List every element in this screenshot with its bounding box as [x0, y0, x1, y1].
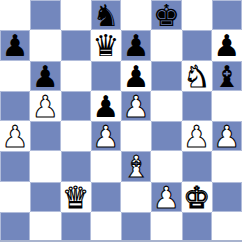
white-pawn-b5[interactable]: ♟ [32, 91, 59, 121]
square-f7[interactable] [151, 30, 181, 60]
black-pawn-b6[interactable]: ♟ [32, 61, 59, 91]
square-d2[interactable] [91, 182, 121, 212]
square-h6[interactable]: ♝ [212, 61, 242, 91]
square-c6[interactable] [61, 61, 91, 91]
square-d8[interactable]: ♞ [91, 0, 121, 30]
black-knight-d8[interactable]: ♞ [92, 1, 119, 31]
square-f4[interactable] [151, 121, 181, 151]
square-a5[interactable] [0, 91, 30, 121]
square-c5[interactable] [61, 91, 91, 121]
white-pawn-a4[interactable]: ♟ [2, 122, 29, 152]
black-pawn-d5[interactable]: ♟ [92, 91, 119, 121]
square-f5[interactable] [151, 91, 181, 121]
square-e7[interactable]: ♟ [121, 30, 151, 60]
square-f2[interactable]: ♟ [151, 182, 181, 212]
white-pawn-g4[interactable]: ♟ [183, 122, 210, 152]
square-d1[interactable] [91, 212, 121, 242]
white-queen-c2[interactable]: ♛ [62, 182, 89, 212]
square-a1[interactable] [0, 212, 30, 242]
square-b1[interactable] [30, 212, 60, 242]
square-d3[interactable] [91, 151, 121, 181]
black-king-f8[interactable]: ♚ [153, 1, 180, 31]
square-g6[interactable]: ♞ [182, 61, 212, 91]
black-pawn-e7[interactable]: ♟ [123, 31, 150, 61]
square-g8[interactable] [182, 0, 212, 30]
square-e8[interactable] [121, 0, 151, 30]
square-a4[interactable]: ♟ [0, 121, 30, 151]
square-d6[interactable] [91, 61, 121, 91]
black-pawn-a7[interactable]: ♟ [2, 31, 29, 61]
white-king-g2[interactable]: ♚ [183, 182, 210, 212]
square-b3[interactable] [30, 151, 60, 181]
square-b7[interactable] [30, 30, 60, 60]
white-pawn-h4[interactable]: ♟ [213, 122, 240, 152]
black-pawn-e6[interactable]: ♟ [123, 61, 150, 91]
square-g5[interactable] [182, 91, 212, 121]
square-b4[interactable] [30, 121, 60, 151]
square-g3[interactable] [182, 151, 212, 181]
square-e5[interactable]: ♟ [121, 91, 151, 121]
square-f8[interactable]: ♚ [151, 0, 181, 30]
square-h5[interactable] [212, 91, 242, 121]
white-pawn-d4[interactable]: ♟ [92, 122, 119, 152]
square-f1[interactable] [151, 212, 181, 242]
square-h1[interactable] [212, 212, 242, 242]
black-queen-d7[interactable]: ♛ [92, 31, 119, 61]
square-g4[interactable]: ♟ [182, 121, 212, 151]
square-e2[interactable] [121, 182, 151, 212]
square-e6[interactable]: ♟ [121, 61, 151, 91]
square-c8[interactable] [61, 0, 91, 30]
square-a2[interactable] [0, 182, 30, 212]
square-a3[interactable] [0, 151, 30, 181]
black-pawn-h7[interactable]: ♟ [213, 31, 240, 61]
square-h3[interactable] [212, 151, 242, 181]
square-b2[interactable] [30, 182, 60, 212]
square-g1[interactable] [182, 212, 212, 242]
square-e4[interactable] [121, 121, 151, 151]
white-pawn-f2[interactable]: ♟ [153, 182, 180, 212]
square-c1[interactable] [61, 212, 91, 242]
chess-board: ♞♚♟♛♟♟♟♟♞♝♟♟♟♟♟♟♟♝♛♟♚ [0, 0, 242, 242]
square-a8[interactable] [0, 0, 30, 30]
square-h4[interactable]: ♟ [212, 121, 242, 151]
square-b5[interactable]: ♟ [30, 91, 60, 121]
square-h2[interactable] [212, 182, 242, 212]
square-h7[interactable]: ♟ [212, 30, 242, 60]
chess-board-wrapper: ♞♚♟♛♟♟♟♟♞♝♟♟♟♟♟♟♟♝♛♟♚ [0, 0, 242, 242]
square-g2[interactable]: ♚ [182, 182, 212, 212]
square-e1[interactable] [121, 212, 151, 242]
square-a6[interactable] [0, 61, 30, 91]
square-c7[interactable] [61, 30, 91, 60]
square-a7[interactable]: ♟ [0, 30, 30, 60]
white-knight-g6[interactable]: ♞ [183, 61, 210, 91]
square-f3[interactable] [151, 151, 181, 181]
square-d7[interactable]: ♛ [91, 30, 121, 60]
square-c2[interactable]: ♛ [61, 182, 91, 212]
square-c3[interactable] [61, 151, 91, 181]
square-d5[interactable]: ♟ [91, 91, 121, 121]
square-c4[interactable] [61, 121, 91, 151]
square-b6[interactable]: ♟ [30, 61, 60, 91]
square-g7[interactable] [182, 30, 212, 60]
square-d4[interactable]: ♟ [91, 121, 121, 151]
square-f6[interactable] [151, 61, 181, 91]
black-bishop-h6[interactable]: ♝ [213, 61, 240, 91]
square-h8[interactable] [212, 0, 242, 30]
square-b8[interactable] [30, 0, 60, 30]
white-pawn-e5[interactable]: ♟ [123, 91, 150, 121]
white-bishop-e3[interactable]: ♝ [123, 152, 150, 182]
square-e3[interactable]: ♝ [121, 151, 151, 181]
